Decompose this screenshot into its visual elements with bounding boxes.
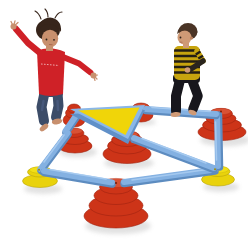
red-cone-bottom — [84, 178, 148, 228]
child-right-ear — [190, 36, 193, 39]
plank-bottom-cone-to-yellow-right — [124, 170, 215, 184]
child-left-hair-strands — [35, 9, 62, 19]
plank-right-cone-to-yellow-right — [216, 115, 220, 167]
child-right-near-hand — [185, 67, 191, 73]
balance-course-scene — [0, 0, 248, 248]
child-left-fingers — [94, 75, 98, 81]
child-left-eye — [46, 39, 48, 41]
child-left-eye — [53, 39, 55, 41]
child-right-back-leg — [192, 80, 198, 109]
child-right-front-leg — [176, 80, 180, 111]
child-left-extended-arm — [63, 57, 91, 73]
child-right — [170, 23, 203, 117]
child-right-eye — [180, 37, 182, 39]
product-photo — [0, 0, 248, 248]
